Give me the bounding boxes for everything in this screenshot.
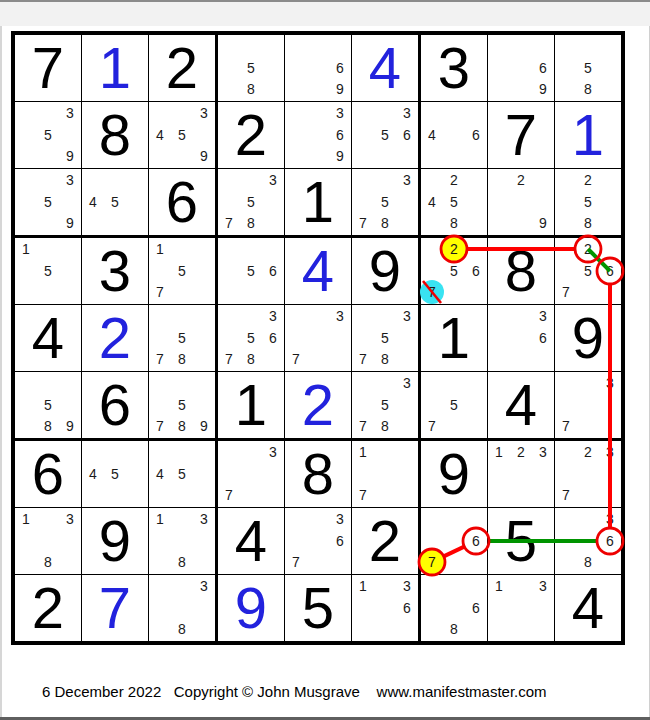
candidate-r5c6-7: 7 <box>359 352 367 366</box>
cell-r5c3[interactable]: 578 <box>149 305 218 372</box>
sudoku-app-window: { "game": "sudoku", "position": "712..43… <box>0 0 650 720</box>
digit-r4c8: 8 <box>488 238 554 304</box>
candidate-r2c6-6: 6 <box>403 128 411 142</box>
candidate-r4c9-6: 6 <box>606 264 614 278</box>
cell-r6c8[interactable]: 4 <box>488 372 555 441</box>
copyright-caption: 6 December 2022 Copyright © John Musgrav… <box>42 683 547 700</box>
candidate-r7c3-4: 4 <box>156 467 164 481</box>
digit-r1c2: 1 <box>82 35 148 101</box>
candidate-r3c4-3: 3 <box>269 173 277 187</box>
digit-r3c5: 1 <box>285 169 351 235</box>
candidate-r2c6-3: 3 <box>403 106 411 120</box>
candidate-r3c2-4: 4 <box>89 195 97 209</box>
candidate-r7c6-1: 1 <box>359 445 367 459</box>
cell-r2c3[interactable]: 3459 <box>149 102 218 169</box>
cell-r7c4[interactable]: 37 <box>218 441 285 508</box>
candidate-r5c8-6: 6 <box>539 331 547 345</box>
digit-r1c6: 4 <box>352 35 418 101</box>
candidate-r2c7-6: 6 <box>472 128 480 142</box>
cell-r8c2[interactable]: 9 <box>82 508 149 575</box>
candidate-r2c1-3: 3 <box>66 106 74 120</box>
candidate-r3c6-7: 7 <box>359 216 367 230</box>
cell-r1c2[interactable]: 1 <box>82 35 149 102</box>
candidate-r3c1-3: 3 <box>66 173 74 187</box>
cell-r9c2[interactable]: 7 <box>82 575 149 641</box>
candidate-r6c3-9: 9 <box>200 419 208 433</box>
cell-r5c4[interactable]: 35678 <box>218 305 285 372</box>
cell-r5c5[interactable]: 37 <box>285 305 352 372</box>
cell-r6c4[interactable]: 1 <box>218 372 285 441</box>
digit-r8c6: 2 <box>352 508 418 574</box>
cell-r8c1[interactable]: 138 <box>15 508 82 575</box>
cell-r3c6[interactable]: 3578 <box>352 169 421 238</box>
candidate-r3c7-8: 8 <box>450 216 458 230</box>
candidate-r2c5-9: 9 <box>336 149 344 163</box>
candidate-r5c3-5: 5 <box>178 331 186 345</box>
candidate-r5c4-5: 5 <box>247 331 255 345</box>
candidate-r1c9-8: 8 <box>584 82 592 96</box>
digit-r6c5: 2 <box>285 372 351 438</box>
digit-r6c8: 4 <box>488 372 554 438</box>
candidate-r3c6-5: 5 <box>381 195 389 209</box>
candidate-r6c3-5: 5 <box>178 398 186 412</box>
cell-r9c5[interactable]: 5 <box>285 575 352 641</box>
digit-r4c5: 4 <box>285 238 351 304</box>
cell-r9c7[interactable]: 68 <box>421 575 488 641</box>
digit-r4c6: 9 <box>352 238 418 304</box>
cell-r5c6[interactable]: 3578 <box>352 305 421 372</box>
candidate-r9c7-8: 8 <box>450 622 458 636</box>
cell-r1c5[interactable]: 69 <box>285 35 352 102</box>
candidate-r3c8-2: 2 <box>517 173 525 187</box>
candidate-r1c5-9: 9 <box>336 82 344 96</box>
cell-r7c8[interactable]: 123 <box>488 441 555 508</box>
cell-r2c5[interactable]: 369 <box>285 102 352 169</box>
candidate-r8c5-6: 6 <box>336 534 344 548</box>
cell-r3c3[interactable]: 6 <box>149 169 218 238</box>
cell-r1c7[interactable]: 3 <box>421 35 488 102</box>
candidate-r9c8-1: 1 <box>495 579 503 593</box>
window-left-edge <box>0 0 2 720</box>
cell-r3c8[interactable]: 29 <box>488 169 555 238</box>
cell-r2c4[interactable]: 2 <box>218 102 285 169</box>
candidate-r8c1-8: 8 <box>44 555 52 569</box>
digit-r9c9: 4 <box>555 575 621 641</box>
digit-r9c1: 2 <box>15 575 81 641</box>
digit-r5c7: 1 <box>421 305 487 371</box>
candidate-r7c4-3: 3 <box>269 445 277 459</box>
cell-r6c2[interactable]: 6 <box>82 372 149 441</box>
cell-r2c1[interactable]: 359 <box>15 102 82 169</box>
digit-r2c8: 7 <box>488 102 554 168</box>
digit-r1c3: 2 <box>149 35 215 101</box>
digit-r9c2: 7 <box>82 575 148 641</box>
cell-r6c6[interactable]: 3578 <box>352 372 421 441</box>
candidate-r9c3-3: 3 <box>200 579 208 593</box>
candidate-r6c7-7: 7 <box>428 419 436 433</box>
cell-r7c5[interactable]: 8 <box>285 441 352 508</box>
digit-r5c1: 4 <box>15 305 81 371</box>
candidate-r3c2-5: 5 <box>111 195 119 209</box>
candidate-r5c4-6: 6 <box>269 331 277 345</box>
cell-r2c9[interactable]: 1 <box>555 102 621 169</box>
candidate-r9c8-3: 3 <box>539 579 547 593</box>
digit-r1c7: 3 <box>421 35 487 101</box>
candidate-r6c3-8: 8 <box>178 419 186 433</box>
candidate-r7c2-4: 4 <box>89 467 97 481</box>
candidate-r3c9-8: 8 <box>584 216 592 230</box>
digit-r5c2: 2 <box>82 305 148 371</box>
cell-r8c6[interactable]: 2 <box>352 508 421 575</box>
candidate-r5c3-8: 8 <box>178 352 186 366</box>
cell-r2c7[interactable]: 46 <box>421 102 488 169</box>
cell-r6c9[interactable]: 37 <box>555 372 621 441</box>
candidate-r5c4-8: 8 <box>247 352 255 366</box>
candidate-r8c1-1: 1 <box>22 512 30 526</box>
digit-r7c1: 6 <box>15 441 81 507</box>
cell-r9c6[interactable]: 136 <box>352 575 421 641</box>
candidate-r3c9-2: 2 <box>584 173 592 187</box>
candidate-r4c1-5: 5 <box>44 264 52 278</box>
candidate-r5c4-7: 7 <box>225 352 233 366</box>
candidate-r5c5-3: 3 <box>336 309 344 323</box>
cell-r3c9[interactable]: 258 <box>555 169 621 238</box>
cell-r7c1[interactable]: 6 <box>15 441 82 508</box>
candidate-r5c6-8: 8 <box>381 352 389 366</box>
cell-r8c9[interactable]: 368 <box>555 508 621 575</box>
candidate-r7c9-7: 7 <box>562 488 570 502</box>
cell-r4c7[interactable]: 56 <box>421 238 488 305</box>
candidate-r6c6-7: 7 <box>359 419 367 433</box>
cell-r7c7[interactable]: 9 <box>421 441 488 508</box>
candidate-r4c3-1: 1 <box>156 242 164 256</box>
cell-r8c7[interactable]: 6 <box>421 508 488 575</box>
candidate-r8c5-7: 7 <box>292 555 300 569</box>
cell-r4c8[interactable]: 8 <box>488 238 555 305</box>
digit-r2c2: 8 <box>82 102 148 168</box>
candidate-r2c3-4: 4 <box>156 128 164 142</box>
candidate-r2c3-9: 9 <box>200 149 208 163</box>
candidate-r6c1-5: 5 <box>44 398 52 412</box>
cell-r3c5[interactable]: 1 <box>285 169 352 238</box>
cell-r9c8[interactable]: 13 <box>488 575 555 641</box>
candidate-r5c5-7: 7 <box>292 352 300 366</box>
candidate-r8c3-8: 8 <box>178 555 186 569</box>
candidate-r3c4-7: 7 <box>225 216 233 230</box>
cell-r6c7[interactable]: 57 <box>421 372 488 441</box>
candidate-r2c7-4: 4 <box>428 128 436 142</box>
cell-r4c4[interactable]: 56 <box>218 238 285 305</box>
cell-r8c4[interactable]: 4 <box>218 508 285 575</box>
cell-r5c9[interactable]: 9 <box>555 305 621 372</box>
candidate-r7c3-5: 5 <box>178 467 186 481</box>
cell-r6c3[interactable]: 5789 <box>149 372 218 441</box>
cell-r1c4[interactable]: 58 <box>218 35 285 102</box>
candidate-r7c2-5: 5 <box>111 467 119 481</box>
candidate-r6c3-7: 7 <box>156 419 164 433</box>
candidate-r3c7-5: 5 <box>450 195 458 209</box>
candidate-r8c9-3: 3 <box>606 512 614 526</box>
cell-r4c6[interactable]: 9 <box>352 238 421 305</box>
cell-r3c7[interactable]: 2458 <box>421 169 488 238</box>
candidate-r6c9-3: 3 <box>606 376 614 390</box>
digit-r9c4: 9 <box>218 575 284 641</box>
candidate-r3c9-5: 5 <box>584 195 592 209</box>
digit-r1c1: 7 <box>15 35 81 101</box>
digit-r2c4: 2 <box>218 102 284 168</box>
cell-r5c8[interactable]: 36 <box>488 305 555 372</box>
candidate-r7c4-7: 7 <box>225 488 233 502</box>
cell-r8c5[interactable]: 367 <box>285 508 352 575</box>
candidate-r4c3-5: 5 <box>178 264 186 278</box>
candidate-r6c9-7: 7 <box>562 419 570 433</box>
candidate-r2c3-3: 3 <box>200 106 208 120</box>
candidate-r5c4-3: 3 <box>269 309 277 323</box>
candidate-r5c8-3: 3 <box>539 309 547 323</box>
candidate-r5c6-5: 5 <box>381 331 389 345</box>
candidate-r8c9-6: 6 <box>606 534 614 548</box>
digit-r7c7: 9 <box>421 441 487 507</box>
candidate-r2c1-5: 5 <box>44 128 52 142</box>
cell-r4c2[interactable]: 3 <box>82 238 149 305</box>
cell-r4c9[interactable]: 2567 <box>555 238 621 305</box>
digit-r6c4: 1 <box>218 372 284 438</box>
candidate-r6c7-5: 5 <box>450 398 458 412</box>
candidate-r4c7-6: 6 <box>472 264 480 278</box>
cell-r1c9[interactable]: 58 <box>555 35 621 102</box>
candidate-r7c9-2: 2 <box>584 445 592 459</box>
candidate-r6c6-5: 5 <box>381 398 389 412</box>
window-toolbar-edge <box>0 0 650 26</box>
cell-r8c3[interactable]: 138 <box>149 508 218 575</box>
candidate-r3c1-5: 5 <box>44 195 52 209</box>
cell-r9c9[interactable]: 4 <box>555 575 621 641</box>
candidate-r2c3-5: 5 <box>178 128 186 142</box>
cell-r9c3[interactable]: 38 <box>149 575 218 641</box>
cell-r4c3[interactable]: 157 <box>149 238 218 305</box>
cell-r9c4[interactable]: 9 <box>218 575 285 641</box>
digit-r9c5: 5 <box>285 575 351 641</box>
candidate-r9c7-6: 6 <box>472 601 480 615</box>
digit-r2c9: 1 <box>555 102 621 168</box>
cell-r5c2[interactable]: 2 <box>82 305 149 372</box>
candidate-r3c4-8: 8 <box>247 216 255 230</box>
candidate-r1c9-5: 5 <box>584 61 592 75</box>
candidate-r3c4-5: 5 <box>247 195 255 209</box>
digit-r4c2: 3 <box>82 238 148 304</box>
candidate-r7c8-1: 1 <box>495 445 503 459</box>
cell-r7c6[interactable]: 17 <box>352 441 421 508</box>
cell-r6c5[interactable]: 2 <box>285 372 352 441</box>
candidate-r5c3-7: 7 <box>156 352 164 366</box>
candidate-r5c6-3: 3 <box>403 309 411 323</box>
candidate-r1c4-5: 5 <box>247 61 255 75</box>
candidate-r4c9-2: 2 <box>584 242 592 256</box>
candidate-r7c8-3: 3 <box>539 445 547 459</box>
digit-r6c2: 6 <box>82 372 148 438</box>
cell-r7c2[interactable]: 45 <box>82 441 149 508</box>
candidate-r4c3-7: 7 <box>156 285 164 299</box>
candidate-r4c1-1: 1 <box>22 242 30 256</box>
candidate-r8c1-3: 3 <box>66 512 74 526</box>
candidate-r6c1-9: 9 <box>66 419 74 433</box>
cell-r1c8[interactable]: 69 <box>488 35 555 102</box>
candidate-r8c9-8: 8 <box>584 555 592 569</box>
candidate-r6c6-8: 8 <box>381 419 389 433</box>
candidate-r3c6-3: 3 <box>403 173 411 187</box>
cell-r4c5[interactable]: 4 <box>285 238 352 305</box>
digit-r3c3: 6 <box>149 169 215 235</box>
cell-r5c7[interactable]: 1 <box>421 305 488 372</box>
candidate-r3c1-9: 9 <box>66 216 74 230</box>
digit-r5c9: 9 <box>555 305 621 371</box>
candidate-r3c8-9: 9 <box>539 216 547 230</box>
digit-r8c2: 9 <box>82 508 148 574</box>
candidate-r4c4-5: 5 <box>247 264 255 278</box>
candidate-r1c8-9: 9 <box>539 82 547 96</box>
candidate-r2c5-3: 3 <box>336 106 344 120</box>
cell-r2c8[interactable]: 7 <box>488 102 555 169</box>
candidate-r3c7-4: 4 <box>428 195 436 209</box>
candidate-r4c4-6: 6 <box>269 264 277 278</box>
candidate-r1c4-8: 8 <box>247 82 255 96</box>
candidate-r1c8-6: 6 <box>539 61 547 75</box>
cell-r8c8[interactable]: 5 <box>488 508 555 575</box>
sudoku-board: 7125869436958359834592369356467135945635… <box>11 31 625 645</box>
candidate-r8c3-1: 1 <box>156 512 164 526</box>
cell-r1c6[interactable]: 4 <box>352 35 421 102</box>
cell-r2c2[interactable]: 8 <box>82 102 149 169</box>
candidate-r6c6-3: 3 <box>403 376 411 390</box>
cell-r7c3[interactable]: 45 <box>149 441 218 508</box>
candidate-r4c7-5: 5 <box>450 264 458 278</box>
cell-r6c1[interactable]: 589 <box>15 372 82 441</box>
candidate-r2c6-5: 5 <box>381 128 389 142</box>
candidate-r2c5-6: 6 <box>336 128 344 142</box>
candidate-r6c1-8: 8 <box>44 419 52 433</box>
cell-r3c2[interactable]: 45 <box>82 169 149 238</box>
cell-r1c3[interactable]: 2 <box>149 35 218 102</box>
candidate-r8c7-6: 6 <box>472 534 480 548</box>
cell-r2c6[interactable]: 356 <box>352 102 421 169</box>
candidate-r3c6-8: 8 <box>381 216 389 230</box>
candidate-r7c6-7: 7 <box>359 488 367 502</box>
candidate-r7c9-3: 3 <box>606 445 614 459</box>
cell-r5c1[interactable]: 4 <box>15 305 82 372</box>
cell-r3c4[interactable]: 3578 <box>218 169 285 238</box>
candidate-r9c6-1: 1 <box>359 579 367 593</box>
candidate-r7c8-2: 2 <box>517 445 525 459</box>
digit-r8c8: 5 <box>488 508 554 574</box>
cell-r4c1[interactable]: 15 <box>15 238 82 305</box>
cell-r1c1[interactable]: 7 <box>15 35 82 102</box>
candidate-r3c7-2: 2 <box>450 173 458 187</box>
candidate-r8c5-3: 3 <box>336 512 344 526</box>
candidate-r9c6-3: 3 <box>403 579 411 593</box>
digit-r7c5: 8 <box>285 441 351 507</box>
candidate-r9c6-6: 6 <box>403 601 411 615</box>
cell-r3c1[interactable]: 359 <box>15 169 82 238</box>
candidate-r8c3-3: 3 <box>200 512 208 526</box>
candidate-r4c9-5: 5 <box>584 264 592 278</box>
candidate-r2c1-9: 9 <box>66 149 74 163</box>
digit-r8c4: 4 <box>218 508 284 574</box>
cell-r7c9[interactable]: 237 <box>555 441 621 508</box>
candidate-r4c9-7: 7 <box>562 285 570 299</box>
cell-r9c1[interactable]: 2 <box>15 575 82 641</box>
sudoku-grid: 7125869436958359834592369356467135945635… <box>15 35 621 641</box>
candidate-r1c5-6: 6 <box>336 61 344 75</box>
candidate-r9c3-8: 8 <box>178 622 186 636</box>
